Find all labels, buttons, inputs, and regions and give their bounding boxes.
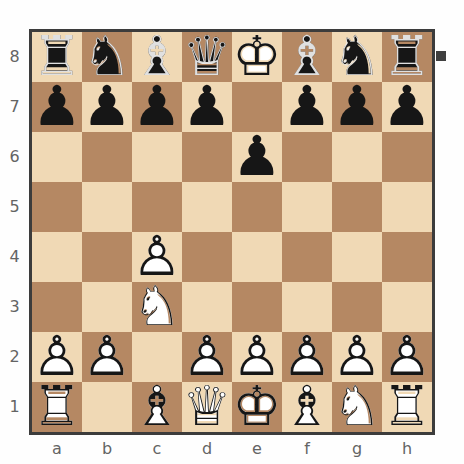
black-rook[interactable]: ♜♖ [382,32,432,82]
square-f8[interactable]: ♝♗ [282,32,332,82]
rank-label-8: 8 [0,32,29,82]
white-bishop[interactable]: ♝♗ [132,382,182,432]
white-queen-icon: ♛ [182,381,232,431]
black-pawn[interactable]: ♟ [282,82,332,132]
white-pawn[interactable]: ♟♙ [382,332,432,382]
rank-label-7: 7 [0,82,29,132]
piece-outline-icon: ♔ [232,31,282,81]
square-b4[interactable] [82,232,132,282]
square-e8[interactable]: ♚♔ [232,32,282,82]
rank-label-2: 2 [0,332,29,382]
black-rook[interactable]: ♜♖ [32,32,82,82]
black-king-icon: ♚ [232,31,282,81]
piece-outline-icon: ♔ [232,381,282,431]
black-bishop-icon: ♝ [132,31,182,81]
white-pawn[interactable]: ♟♙ [82,332,132,382]
square-a7[interactable]: ♟ [32,82,82,132]
white-knight-icon: ♞ [332,381,382,431]
square-b6[interactable] [82,132,132,182]
piece-outline-icon: ♕ [182,381,232,431]
rank-label-6: 6 [0,132,29,182]
black-to-move-indicator [436,51,446,61]
white-pawn[interactable]: ♟♙ [182,332,232,382]
square-d8[interactable]: ♛♕ [182,32,232,82]
square-d1[interactable]: ♛♕ [182,382,232,432]
black-rook-icon: ♜ [382,31,432,81]
white-pawn-icon: ♟ [282,331,332,381]
piece-outline-icon: ♙ [332,331,382,381]
white-bishop-icon: ♝ [282,381,332,431]
square-b8[interactable]: ♞♘ [82,32,132,82]
black-bishop[interactable]: ♝♗ [282,32,332,82]
piece-outline-icon: ♙ [382,331,432,381]
piece-outline-icon: ♘ [132,281,182,331]
square-d2[interactable]: ♟♙ [182,332,232,382]
piece-detail-icon: ♗ [282,31,332,81]
black-rook-icon: ♜ [32,31,82,81]
white-pawn[interactable]: ♟♙ [132,232,182,282]
white-pawn-icon: ♟ [32,331,82,381]
black-queen[interactable]: ♛♕ [182,32,232,82]
black-king[interactable]: ♚♔ [232,32,282,82]
square-b1[interactable] [82,382,132,432]
white-rook-icon: ♜ [32,381,82,431]
square-g7[interactable]: ♟ [332,82,382,132]
black-knight[interactable]: ♞♘ [332,32,382,82]
black-knight-icon: ♞ [82,31,132,81]
square-d3[interactable] [182,282,232,332]
white-pawn-icon: ♟ [382,331,432,381]
square-g6[interactable] [332,132,382,182]
square-f5[interactable] [282,182,332,232]
square-c8[interactable]: ♝♗ [132,32,182,82]
piece-outline-icon: ♙ [82,331,132,381]
square-f4[interactable] [282,232,332,282]
square-g5[interactable] [332,182,382,232]
rank-label-5: 5 [0,182,29,232]
rank-label-1: 1 [0,382,29,432]
black-knight[interactable]: ♞♘ [82,32,132,82]
black-pawn[interactable]: ♟ [182,82,232,132]
square-a6[interactable] [32,132,82,182]
file-label-e: e [232,435,282,464]
square-h4[interactable] [382,232,432,282]
white-knight[interactable]: ♞♘ [132,282,182,332]
piece-detail-icon: ♘ [82,31,132,81]
square-b2[interactable]: ♟♙ [82,332,132,382]
white-pawn[interactable]: ♟♙ [332,332,382,382]
square-a2[interactable]: ♟♙ [32,332,82,382]
square-e3[interactable] [232,282,282,332]
piece-outline-icon: ♗ [132,381,182,431]
square-d4[interactable] [182,232,232,282]
square-g1[interactable]: ♞♘ [332,382,382,432]
black-pawn-icon: ♟ [132,81,182,131]
white-pawn-icon: ♟ [332,331,382,381]
black-pawn[interactable]: ♟ [332,82,382,132]
white-queen[interactable]: ♛♕ [182,382,232,432]
square-c7[interactable]: ♟ [132,82,182,132]
black-pawn[interactable]: ♟ [32,82,82,132]
rank-label-4: 4 [0,232,29,282]
piece-outline-icon: ♙ [132,231,182,281]
square-h7[interactable]: ♟ [382,82,432,132]
piece-detail-icon: ♘ [332,31,382,81]
white-pawn[interactable]: ♟♙ [32,332,82,382]
white-pawn-icon: ♟ [132,231,182,281]
black-bishop-icon: ♝ [282,31,332,81]
white-pawn-icon: ♟ [182,331,232,381]
square-a3[interactable] [32,282,82,332]
piece-detail-icon: ♕ [182,31,232,81]
black-knight-icon: ♞ [332,31,382,81]
square-f3[interactable] [282,282,332,332]
piece-detail-icon: ♖ [32,31,82,81]
square-c1[interactable]: ♝♗ [132,382,182,432]
white-knight-icon: ♞ [132,281,182,331]
square-a5[interactable] [32,182,82,232]
black-bishop[interactable]: ♝♗ [132,32,182,82]
black-pawn-icon: ♟ [332,81,382,131]
piece-detail-icon: ♖ [382,31,432,81]
square-g2[interactable]: ♟♙ [332,332,382,382]
piece-outline-icon: ♙ [182,331,232,381]
white-rook-icon: ♜ [382,381,432,431]
file-label-b: b [82,435,132,464]
square-c5[interactable] [132,182,182,232]
square-a8[interactable]: ♜♖ [32,32,82,82]
square-f6[interactable] [282,132,332,182]
white-pawn[interactable]: ♟♙ [282,332,332,382]
white-rook[interactable]: ♜♖ [32,382,82,432]
black-pawn-icon: ♟ [282,81,332,131]
piece-outline-icon: ♖ [382,381,432,431]
black-pawn-icon: ♟ [82,81,132,131]
file-label-d: d [182,435,232,464]
square-h5[interactable] [382,182,432,232]
file-label-c: c [132,435,182,464]
square-h3[interactable] [382,282,432,332]
square-h1[interactable]: ♜♖ [382,382,432,432]
square-d5[interactable] [182,182,232,232]
file-label-h: h [382,435,432,464]
black-queen-icon: ♛ [182,31,232,81]
file-labels: abcdefgh [32,435,432,464]
square-d7[interactable]: ♟ [182,82,232,132]
file-label-a: a [32,435,82,464]
square-f1[interactable]: ♝♗ [282,382,332,432]
square-d6[interactable] [182,132,232,182]
square-f2[interactable]: ♟♙ [282,332,332,382]
square-g4[interactable] [332,232,382,282]
piece-outline-icon: ♖ [32,381,82,431]
white-king-icon: ♚ [232,381,282,431]
rank-label-3: 3 [0,282,29,332]
piece-outline-icon: ♙ [282,331,332,381]
white-bishop-icon: ♝ [132,381,182,431]
square-e1[interactable]: ♚♔ [232,382,282,432]
file-label-f: f [282,435,332,464]
square-g3[interactable] [332,282,382,332]
square-c6[interactable] [132,132,182,182]
black-pawn[interactable]: ♟ [382,82,432,132]
page: 87654321 ♜♖♞♘♝♗♛♕♚♔♝♗♞♘♜♖♟♟♟♟♟♟♟♟♟♙♞♘♟♙♟… [0,0,464,464]
square-f7[interactable]: ♟ [282,82,332,132]
black-pawn[interactable]: ♟ [132,82,182,132]
square-e5[interactable] [232,182,282,232]
black-pawn[interactable]: ♟ [82,82,132,132]
square-e6[interactable]: ♟ [232,132,282,182]
white-king[interactable]: ♚♔ [232,382,282,432]
square-b7[interactable]: ♟ [82,82,132,132]
black-pawn-icon: ♟ [232,131,282,181]
square-e7[interactable] [232,82,282,132]
white-rook[interactable]: ♜♖ [382,382,432,432]
black-pawn-icon: ♟ [382,81,432,131]
black-pawn-icon: ♟ [32,81,82,131]
white-knight[interactable]: ♞♘ [332,382,382,432]
square-c2[interactable] [132,332,182,382]
square-h6[interactable] [382,132,432,182]
white-bishop[interactable]: ♝♗ [282,382,332,432]
square-b3[interactable] [82,282,132,332]
white-pawn-icon: ♟ [82,331,132,381]
piece-detail-icon: ♗ [132,31,182,81]
square-g8[interactable]: ♞♘ [332,32,382,82]
black-pawn[interactable]: ♟ [232,132,282,182]
square-h8[interactable]: ♜♖ [382,32,432,82]
square-c3[interactable]: ♞♘ [132,282,182,332]
piece-outline-icon: ♗ [282,381,332,431]
square-a1[interactable]: ♜♖ [32,382,82,432]
square-c4[interactable]: ♟♙ [132,232,182,282]
square-a4[interactable] [32,232,82,282]
piece-outline-icon: ♘ [332,381,382,431]
file-label-g: g [332,435,382,464]
piece-outline-icon: ♙ [32,331,82,381]
square-e2[interactable]: ♟♙ [232,332,282,382]
rank-labels: 87654321 [0,32,29,432]
chess-board-frame: ♜♖♞♘♝♗♛♕♚♔♝♗♞♘♜♖♟♟♟♟♟♟♟♟♟♙♞♘♟♙♟♙♟♙♟♙♟♙♟♙… [29,29,435,435]
white-pawn-icon: ♟ [232,331,282,381]
square-b5[interactable] [82,182,132,232]
square-e4[interactable] [232,232,282,282]
square-h2[interactable]: ♟♙ [382,332,432,382]
piece-outline-icon: ♙ [232,331,282,381]
chess-board[interactable]: ♜♖♞♘♝♗♛♕♚♔♝♗♞♘♜♖♟♟♟♟♟♟♟♟♟♙♞♘♟♙♟♙♟♙♟♙♟♙♟♙… [32,32,432,432]
black-pawn-icon: ♟ [182,81,232,131]
white-pawn[interactable]: ♟♙ [232,332,282,382]
